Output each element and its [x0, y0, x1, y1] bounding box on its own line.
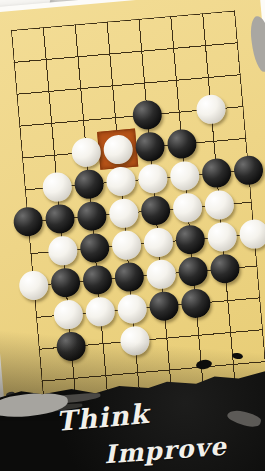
black-stone: [180, 287, 211, 318]
white-stone: [17, 269, 48, 300]
black-stone: [200, 157, 231, 188]
white-stone: [70, 136, 101, 167]
black-stone: [73, 168, 104, 199]
white-stone: [145, 258, 176, 289]
banner-text-think: Think: [55, 398, 151, 437]
white-stone: [52, 298, 83, 329]
white-stone: [206, 221, 237, 252]
black-stone: [174, 223, 205, 254]
black-stone: [209, 253, 240, 284]
black-stone: [166, 128, 197, 159]
black-stone: [78, 232, 109, 263]
grunge-mark: [226, 408, 262, 429]
black-stone: [131, 99, 162, 130]
black-stone: [49, 267, 80, 298]
white-stone: [108, 197, 139, 228]
black-stone: [139, 194, 170, 225]
white-stone: [119, 325, 150, 356]
black-stone: [55, 330, 86, 361]
white-stone: [169, 160, 200, 191]
black-stone: [12, 206, 43, 237]
white-stone: [84, 296, 115, 327]
app-screenshot: Think Improve: [0, 0, 265, 471]
black-stone: [113, 261, 144, 292]
white-stone: [203, 189, 234, 220]
black-stone: [134, 131, 165, 162]
white-stone: [47, 235, 78, 266]
black-stone: [177, 255, 208, 286]
black-stone: [81, 264, 112, 295]
white-stone: [116, 293, 147, 324]
white-stone: [142, 226, 173, 257]
white-stone: [41, 171, 72, 202]
black-stone: [44, 203, 75, 234]
white-stone: [105, 165, 136, 196]
white-stone: [238, 218, 265, 249]
black-stone: [232, 154, 263, 185]
white-stone: [195, 93, 226, 124]
stone-layer: [11, 10, 235, 30]
white-stone: [137, 163, 168, 194]
black-stone: [76, 200, 107, 231]
banner-text-improve: Improve: [103, 432, 228, 470]
white-stone: [110, 229, 141, 260]
black-stone: [148, 290, 179, 321]
white-stone: [171, 192, 202, 223]
board-grid: [11, 10, 265, 413]
